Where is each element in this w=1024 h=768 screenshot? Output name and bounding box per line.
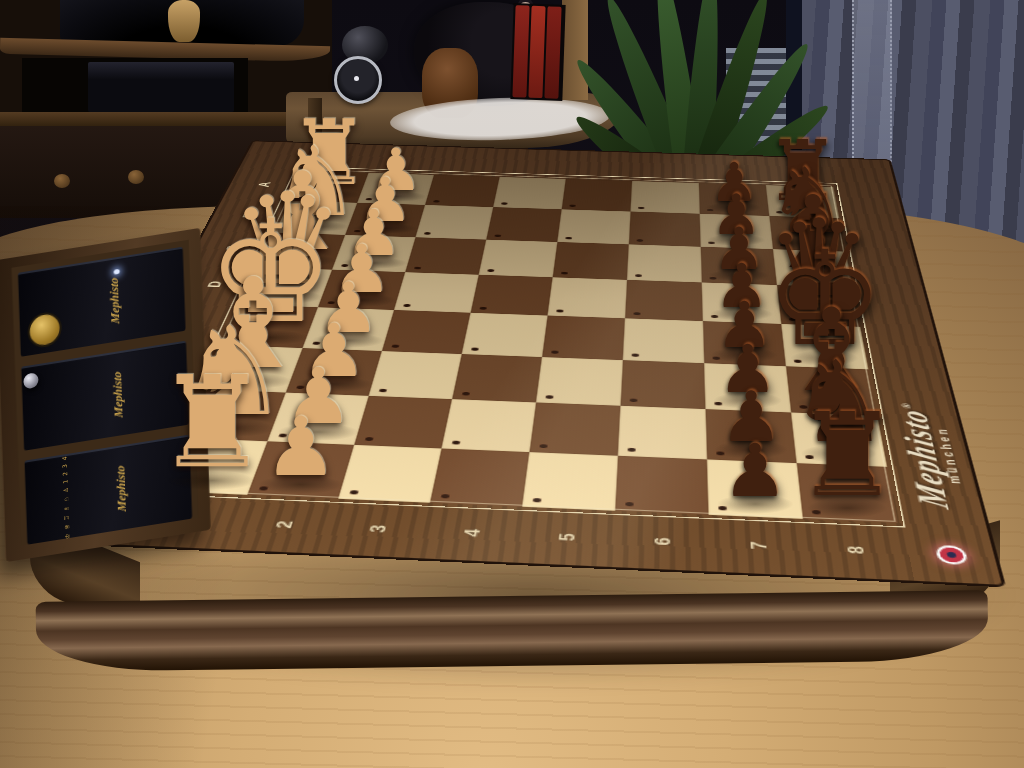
square-f5[interactable] <box>536 357 623 406</box>
black-rook[interactable]: ♜ <box>795 398 899 513</box>
led-hole-icon <box>569 205 575 207</box>
led-hole-icon <box>630 398 638 402</box>
square-b6[interactable] <box>629 212 701 247</box>
rank-label-6: 6 <box>649 537 675 546</box>
square-e6[interactable] <box>623 318 704 363</box>
square-d4[interactable] <box>471 275 553 316</box>
rank-label-3: 3 <box>363 524 390 533</box>
led-hole-icon <box>480 307 487 310</box>
led-hole-icon <box>561 272 568 275</box>
rank-label-2: 2 <box>270 520 298 529</box>
square-g3[interactable] <box>354 396 452 449</box>
led-hole-icon <box>565 237 572 240</box>
module-brand: Mephisto <box>110 371 127 418</box>
square-g4[interactable] <box>442 399 537 452</box>
led-hole-icon <box>501 202 508 204</box>
cabinet-knob-icon <box>54 174 70 188</box>
module-slot-1: Mephisto <box>18 247 186 357</box>
square-h5[interactable] <box>522 452 618 511</box>
square-e5[interactable] <box>542 316 625 361</box>
led-hole-icon <box>494 234 501 237</box>
led-hole-icon <box>471 347 479 350</box>
led-hole-icon <box>441 494 450 498</box>
square-b3[interactable] <box>415 205 493 240</box>
module-brand: Mephisto <box>107 277 124 324</box>
module-piece-symbols: ♔ ♕ ♖ ♗ ♘ ♙ 1 2 3 4 <box>60 455 70 540</box>
led-hole-icon <box>452 441 461 445</box>
led-hole-icon <box>414 267 421 270</box>
led-hole-icon <box>637 239 643 242</box>
rank-label-7: 7 <box>745 541 771 550</box>
square-f4[interactable] <box>452 354 542 402</box>
square-c4[interactable] <box>479 240 558 278</box>
led-hole-icon <box>424 232 431 235</box>
power-led-icon <box>114 269 120 275</box>
square-a5[interactable] <box>562 179 632 212</box>
square-h4[interactable] <box>430 448 530 506</box>
led-hole-icon <box>433 200 440 202</box>
square-f6[interactable] <box>620 360 705 409</box>
led-hole-icon <box>625 502 633 506</box>
square-a6[interactable] <box>631 181 700 214</box>
led-hole-icon <box>546 395 554 399</box>
led-hole-icon <box>533 498 542 502</box>
square-c6[interactable] <box>627 244 702 282</box>
led-hole-icon <box>392 345 400 348</box>
corner-sticker-icon <box>935 545 969 565</box>
led-hole-icon <box>632 353 639 356</box>
led-hole-icon <box>638 207 644 209</box>
square-e4[interactable] <box>462 313 548 357</box>
square-g5[interactable] <box>529 402 620 455</box>
led-hole-icon <box>487 269 494 272</box>
rank-label-4: 4 <box>458 529 485 538</box>
rank-label-8: 8 <box>841 545 868 554</box>
white-rook[interactable]: ♜ <box>156 360 269 486</box>
led-hole-icon <box>628 448 636 452</box>
module-brand: Mephisto <box>113 465 130 512</box>
rank-label-5: 5 <box>553 533 579 542</box>
led-hole-icon <box>551 350 559 353</box>
square-a3[interactable] <box>425 175 500 207</box>
square-e3[interactable] <box>382 310 471 354</box>
square-b5[interactable] <box>557 209 630 244</box>
square-b4[interactable] <box>486 207 561 242</box>
gold-medallion-icon <box>29 313 60 348</box>
photo-scene: 12345678ABCDEFGH Mephisto® münchen Mephi… <box>0 0 1024 768</box>
square-c5[interactable] <box>553 242 629 280</box>
square-g6[interactable] <box>618 406 707 460</box>
led-hole-icon <box>635 274 642 277</box>
square-f3[interactable] <box>369 351 462 399</box>
square-h6[interactable] <box>615 456 709 515</box>
led-hole-icon <box>462 392 470 396</box>
led-hole-icon <box>403 304 411 307</box>
square-d6[interactable] <box>625 280 703 321</box>
square-c3[interactable] <box>405 237 486 274</box>
led-hole-icon <box>349 490 358 494</box>
led-hole-icon <box>556 309 563 312</box>
white-pawn[interactable]: ♟ <box>264 406 337 487</box>
led-hole-icon <box>365 437 374 441</box>
square-d5[interactable] <box>548 277 627 318</box>
square-d3[interactable] <box>394 272 479 313</box>
led-hole-icon <box>379 389 387 393</box>
led-hole-icon <box>633 312 640 315</box>
cabinet-knob-icon <box>128 170 144 184</box>
square-a4[interactable] <box>493 177 566 209</box>
led-hole-icon <box>539 444 547 448</box>
square-h3[interactable] <box>338 445 441 503</box>
black-pawn[interactable]: ♟ <box>722 434 787 507</box>
